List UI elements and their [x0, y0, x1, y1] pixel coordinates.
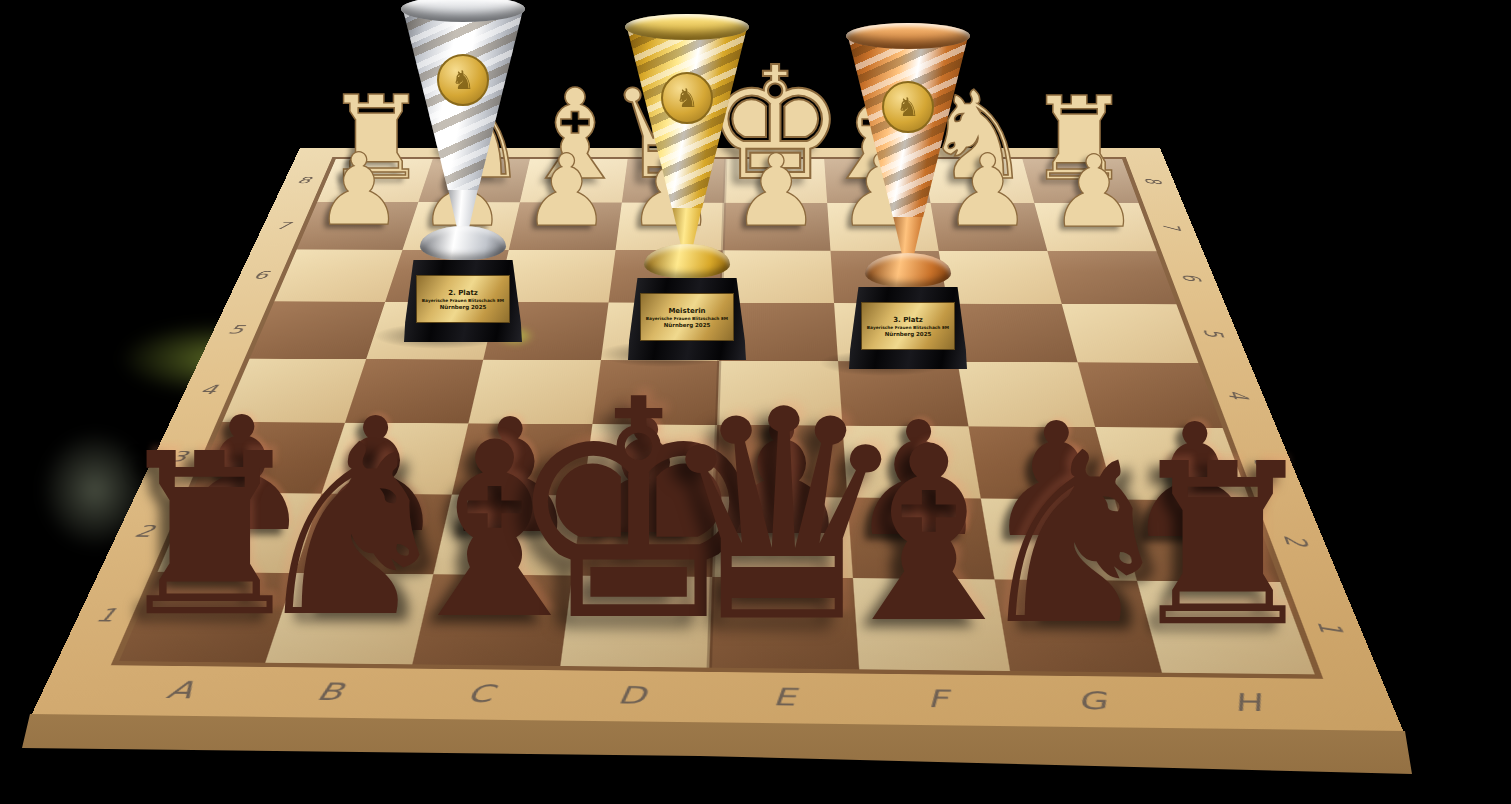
trophy-plinth: 2. Platz Bayerische Frauen Blitzschach E… [404, 260, 522, 342]
silver-trophy: ♞ 2. Platz Bayerische Frauen Blitzschach… [388, 4, 538, 342]
chess-knight-icon: ♞ [675, 83, 698, 113]
trophy-cup: ♞ [624, 22, 750, 210]
plaque-city-year-line: Nürnberg 2025 [641, 322, 733, 328]
gold-trophy: ♞ Meisterin Bayerische Frauen Blitzschac… [612, 22, 762, 360]
plaque-rank-line: Meisterin [641, 307, 733, 315]
trophy-stem [440, 190, 486, 230]
trophy-plaque: 3. Platz Bayerische Frauen Blitzschach E… [861, 302, 955, 350]
chess-knight-icon: ♞ [451, 65, 474, 95]
plaque-event-line: Bayerische Frauen Blitzschach EM [641, 316, 733, 321]
chess-knight-icon: ♞ [896, 92, 919, 122]
trophy-rim [625, 14, 749, 40]
plaque-rank-line: 2. Platz [417, 289, 509, 297]
photo-stage: ABCDEFGH8765432187654321 ♜♞♝♛♚♝♞♜♟♟♟♟♟♟♟… [0, 0, 1511, 804]
plaque-event-line: Bayerische Frauen Blitzschach EM [417, 298, 509, 303]
trophy-cup: ♞ [845, 31, 971, 219]
dark-rook-h1: ♜ [1123, 434, 1324, 658]
trophy-plaque: 2. Platz Bayerische Frauen Blitzschach E… [416, 275, 510, 323]
trophy-medallion: ♞ [882, 81, 934, 133]
trophy-foot [420, 226, 506, 260]
trophy-plaque: Meisterin Bayerische Frauen Blitzschach … [640, 293, 734, 341]
trophy-foot [644, 244, 730, 278]
trophy-cup: ♞ [400, 4, 526, 192]
pieces-and-trophies-layer: ♜♞♝♛♚♝♞♜♟♟♟♟♟♟♟♟♟♟♟♟♟♟♟♟♜♞♝♚♛♝♞♜ ♞ 2. Pl… [0, 0, 1511, 804]
plaque-rank-line: 3. Platz [862, 316, 954, 324]
trophy-medallion: ♞ [661, 72, 713, 124]
plaque-city-year-line: Nürnberg 2025 [417, 304, 509, 310]
trophy-stem [885, 217, 931, 257]
plaque-city-year-line: Nürnberg 2025 [862, 331, 954, 337]
light-pawn-h7: ♟ [1050, 141, 1139, 240]
trophy-foot [865, 253, 951, 287]
bronze-trophy: ♞ 3. Platz Bayerische Frauen Blitzschach… [833, 31, 983, 369]
trophy-medallion: ♞ [437, 54, 489, 106]
trophy-rim [846, 23, 970, 49]
plaque-event-line: Bayerische Frauen Blitzschach EM [862, 325, 954, 330]
trophy-stem [664, 208, 710, 248]
